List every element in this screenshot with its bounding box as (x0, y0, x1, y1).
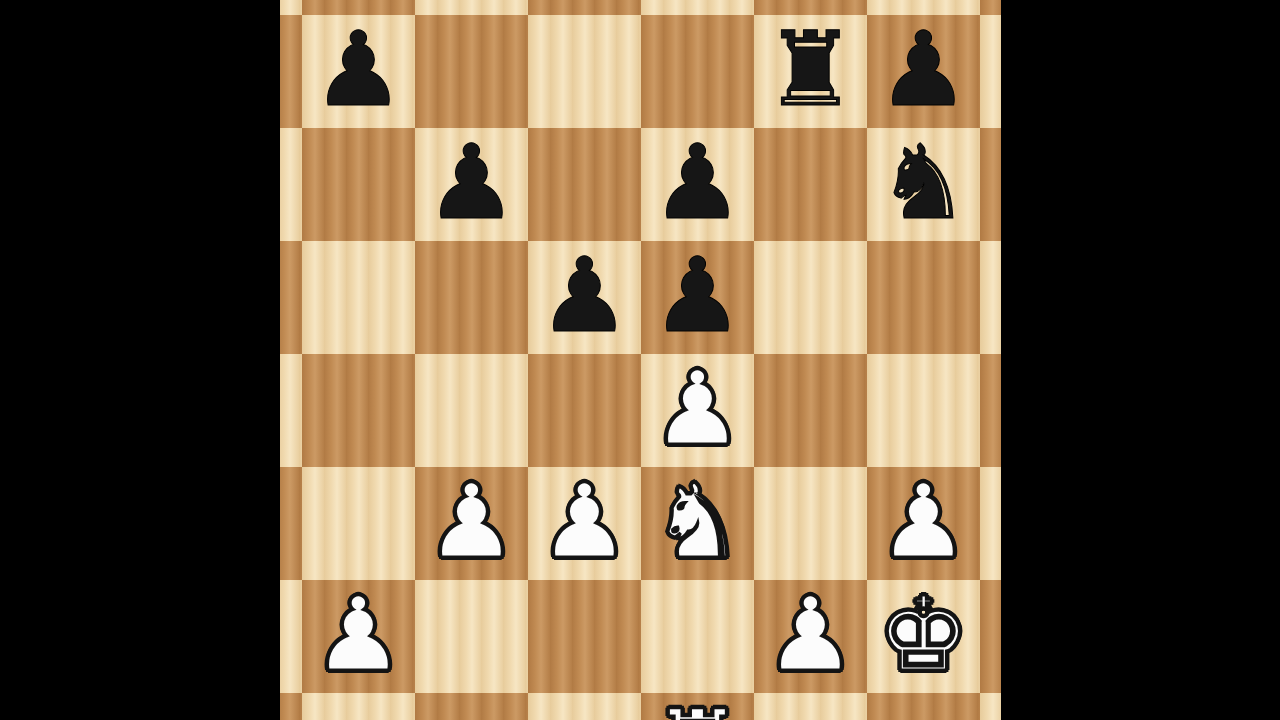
square-a1[interactable] (280, 693, 302, 720)
square-b2[interactable]: ♟ (302, 580, 415, 693)
square-a5[interactable] (280, 241, 302, 354)
square-h3[interactable] (980, 467, 1001, 580)
black-rook-a8[interactable]: ♜ (280, 0, 302, 15)
square-e8[interactable] (641, 0, 754, 15)
black-knight-g6[interactable]: ♞ (867, 128, 980, 241)
square-g6[interactable]: ♞ (867, 128, 980, 241)
square-f7[interactable]: ♜ (754, 15, 867, 128)
square-d8[interactable] (528, 0, 641, 15)
square-a6[interactable] (280, 128, 302, 241)
letterbox-right (1001, 0, 1280, 720)
square-d7[interactable] (528, 15, 641, 128)
square-d5[interactable]: ♟ (528, 241, 641, 354)
black-pawn-b7[interactable]: ♟ (302, 15, 415, 128)
square-a8[interactable]: ♜ (280, 0, 302, 15)
square-g2[interactable]: ♚ (867, 580, 980, 693)
square-h6[interactable] (980, 128, 1001, 241)
square-f3[interactable] (754, 467, 867, 580)
square-f2[interactable]: ♟ (754, 580, 867, 693)
square-g4[interactable] (867, 354, 980, 467)
square-h7[interactable] (980, 15, 1001, 128)
white-rook-e1[interactable]: ♜ (641, 693, 754, 720)
white-pawn-e4[interactable]: ♟ (641, 354, 754, 467)
square-e1[interactable]: ♜ (641, 693, 754, 720)
square-h8[interactable] (980, 0, 1001, 15)
square-b4[interactable] (302, 354, 415, 467)
square-h5[interactable] (980, 241, 1001, 354)
white-pawn-f2[interactable]: ♟ (754, 580, 867, 693)
square-e7[interactable] (641, 15, 754, 128)
square-e4[interactable]: ♟ (641, 354, 754, 467)
black-pawn-e6[interactable]: ♟ (641, 128, 754, 241)
square-g7[interactable]: ♟ (867, 15, 980, 128)
square-b6[interactable] (302, 128, 415, 241)
square-c8[interactable] (415, 0, 528, 15)
board-viewport: ♜♚♟♜♟♟♟♞♟♟♟♟♟♞♟♟♟♚♜ (280, 0, 1001, 720)
square-b5[interactable] (302, 241, 415, 354)
square-e2[interactable] (641, 580, 754, 693)
video-frame: ♜♚♟♜♟♟♟♞♟♟♟♟♟♞♟♟♟♚♜ (0, 0, 1280, 720)
square-d1[interactable] (528, 693, 641, 720)
square-c1[interactable] (415, 693, 528, 720)
white-pawn-b2[interactable]: ♟ (302, 580, 415, 693)
square-d2[interactable] (528, 580, 641, 693)
chess-board: ♜♚♟♜♟♟♟♞♟♟♟♟♟♞♟♟♟♚♜ (280, 0, 1001, 720)
square-c6[interactable]: ♟ (415, 128, 528, 241)
square-f4[interactable] (754, 354, 867, 467)
square-g1[interactable] (867, 693, 980, 720)
white-pawn-c3[interactable]: ♟ (415, 467, 528, 580)
white-knight-e3[interactable]: ♞ (641, 467, 754, 580)
square-a2[interactable] (280, 580, 302, 693)
square-e5[interactable]: ♟ (641, 241, 754, 354)
white-pawn-g3[interactable]: ♟ (867, 467, 980, 580)
square-c3[interactable]: ♟ (415, 467, 528, 580)
square-h2[interactable] (980, 580, 1001, 693)
black-pawn-c6[interactable]: ♟ (415, 128, 528, 241)
square-h4[interactable] (980, 354, 1001, 467)
black-pawn-g7[interactable]: ♟ (867, 15, 980, 128)
square-f1[interactable] (754, 693, 867, 720)
white-king-g2[interactable]: ♚ (867, 580, 980, 693)
black-pawn-e5[interactable]: ♟ (641, 241, 754, 354)
square-c2[interactable] (415, 580, 528, 693)
square-d3[interactable]: ♟ (528, 467, 641, 580)
square-b3[interactable] (302, 467, 415, 580)
square-c7[interactable] (415, 15, 528, 128)
square-e3[interactable]: ♞ (641, 467, 754, 580)
square-g3[interactable]: ♟ (867, 467, 980, 580)
black-rook-f7[interactable]: ♜ (754, 15, 867, 128)
square-a7[interactable] (280, 15, 302, 128)
square-a4[interactable] (280, 354, 302, 467)
letterbox-left (0, 0, 280, 720)
square-c4[interactable] (415, 354, 528, 467)
white-pawn-d3[interactable]: ♟ (528, 467, 641, 580)
square-d6[interactable] (528, 128, 641, 241)
square-b1[interactable] (302, 693, 415, 720)
square-f6[interactable] (754, 128, 867, 241)
square-d4[interactable] (528, 354, 641, 467)
square-c5[interactable] (415, 241, 528, 354)
square-b7[interactable]: ♟ (302, 15, 415, 128)
square-e6[interactable]: ♟ (641, 128, 754, 241)
square-a3[interactable] (280, 467, 302, 580)
black-pawn-d5[interactable]: ♟ (528, 241, 641, 354)
square-f5[interactable] (754, 241, 867, 354)
square-g5[interactable] (867, 241, 980, 354)
square-h1[interactable] (980, 693, 1001, 720)
